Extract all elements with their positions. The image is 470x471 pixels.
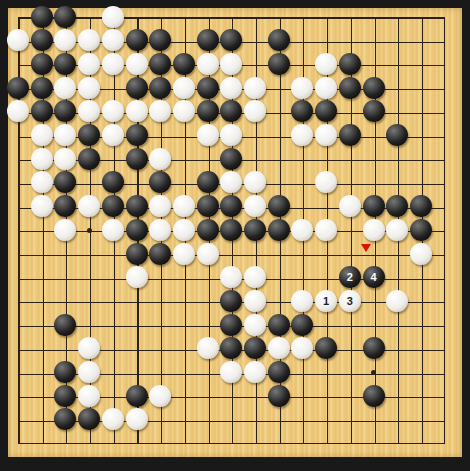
stone-white <box>244 77 266 99</box>
stone-black <box>268 195 290 217</box>
stone-white <box>173 195 195 217</box>
stone-white <box>78 77 100 99</box>
stone-white <box>173 77 195 99</box>
stone-white <box>386 290 408 312</box>
stone-white <box>315 124 337 146</box>
stone-black <box>197 100 219 122</box>
stone-white <box>54 148 76 170</box>
stone-white <box>102 219 124 241</box>
stone-black <box>197 29 219 51</box>
stone-white <box>244 361 266 383</box>
stone-white <box>102 29 124 51</box>
stone-black <box>339 77 361 99</box>
stone-black <box>197 77 219 99</box>
stone-black <box>268 29 290 51</box>
stone-white <box>197 53 219 75</box>
stone-white <box>31 171 53 193</box>
stone-black <box>126 219 148 241</box>
stone-black <box>339 124 361 146</box>
stone-white <box>244 290 266 312</box>
stone-black <box>31 6 53 28</box>
move-2-stone-black: 2 <box>339 266 361 288</box>
stone-black <box>126 148 148 170</box>
stone-white <box>54 77 76 99</box>
stone-black <box>363 385 385 407</box>
stone-white <box>339 195 361 217</box>
stone-black <box>363 195 385 217</box>
stone-black <box>197 195 219 217</box>
stone-white <box>315 219 337 241</box>
stone-white <box>149 385 171 407</box>
stone-white <box>78 385 100 407</box>
stone-white <box>126 53 148 75</box>
stone-black <box>149 53 171 75</box>
stone-black <box>126 195 148 217</box>
stone-black <box>244 219 266 241</box>
stone-white <box>149 148 171 170</box>
stone-white <box>126 408 148 430</box>
stone-black <box>410 195 432 217</box>
go-board[interactable]: 2413 <box>18 17 445 444</box>
stone-white <box>78 361 100 383</box>
star-point <box>371 370 376 375</box>
last-move-triangle-marker <box>361 244 371 252</box>
stone-black <box>126 385 148 407</box>
stone-black <box>220 148 242 170</box>
stone-black <box>363 100 385 122</box>
stone-white <box>268 337 290 359</box>
stone-black <box>31 29 53 51</box>
stone-black <box>268 314 290 336</box>
stone-white <box>31 195 53 217</box>
stone-white <box>315 77 337 99</box>
go-app-window: 2413 <box>0 0 470 471</box>
stone-black <box>149 243 171 265</box>
stone-black <box>31 77 53 99</box>
stone-white <box>102 53 124 75</box>
stone-white <box>102 100 124 122</box>
stone-white <box>149 219 171 241</box>
move-3-stone-white: 3 <box>339 290 361 312</box>
stone-white <box>315 53 337 75</box>
stone-white <box>197 124 219 146</box>
stone-black <box>126 77 148 99</box>
stone-black <box>220 219 242 241</box>
stone-white <box>197 243 219 265</box>
stone-black <box>31 53 53 75</box>
stone-black <box>54 6 76 28</box>
stone-black <box>268 385 290 407</box>
stone-white <box>102 6 124 28</box>
stone-white <box>31 124 53 146</box>
stone-white <box>126 100 148 122</box>
stone-white <box>410 243 432 265</box>
stone-black <box>197 219 219 241</box>
star-point <box>87 228 92 233</box>
stone-black <box>102 195 124 217</box>
stone-black <box>54 385 76 407</box>
stone-black <box>126 243 148 265</box>
stone-black <box>173 53 195 75</box>
stone-black <box>268 361 290 383</box>
move-1-stone-white: 1 <box>315 290 337 312</box>
stone-black <box>78 124 100 146</box>
stone-black <box>339 53 361 75</box>
stone-white <box>220 77 242 99</box>
stone-black <box>7 77 29 99</box>
stone-black <box>197 171 219 193</box>
stone-black <box>268 53 290 75</box>
stone-white <box>244 314 266 336</box>
stone-white <box>102 124 124 146</box>
stone-white <box>291 77 313 99</box>
stone-black <box>78 148 100 170</box>
stone-white <box>386 219 408 241</box>
stone-black <box>363 77 385 99</box>
stone-white <box>173 243 195 265</box>
stone-white <box>126 266 148 288</box>
stone-white <box>244 195 266 217</box>
stone-black <box>31 100 53 122</box>
stone-black <box>126 29 148 51</box>
stone-white <box>197 337 219 359</box>
stone-black <box>126 124 148 146</box>
stone-black <box>149 77 171 99</box>
stone-black <box>363 337 385 359</box>
move-4-stone-black: 4 <box>363 266 385 288</box>
stone-white <box>363 219 385 241</box>
stone-black <box>291 314 313 336</box>
stone-white <box>78 53 100 75</box>
stone-black <box>410 219 432 241</box>
stone-white <box>173 219 195 241</box>
stone-black <box>220 314 242 336</box>
stone-black <box>268 219 290 241</box>
stone-black <box>54 314 76 336</box>
stone-white <box>31 148 53 170</box>
